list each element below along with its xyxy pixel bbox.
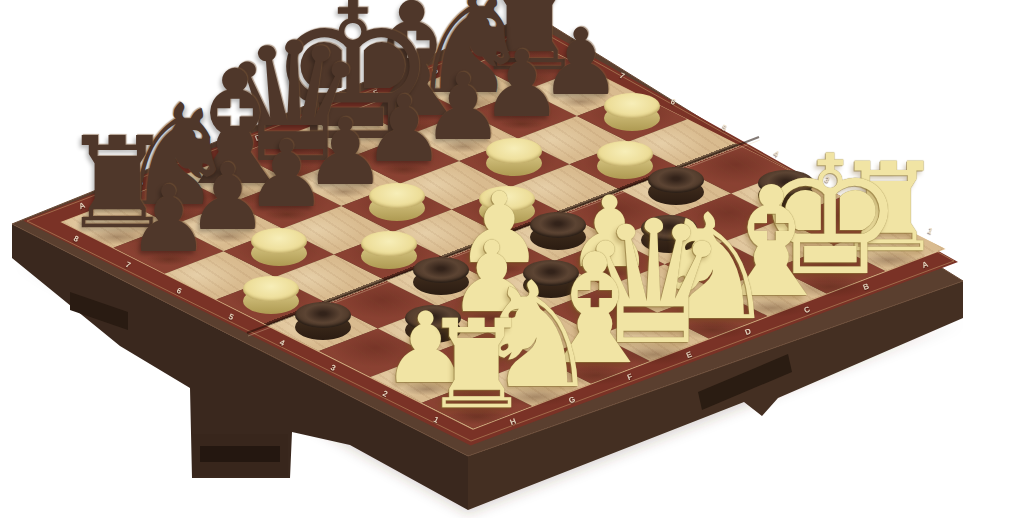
white-rook-a1[interactable]: ♜ xyxy=(422,304,531,426)
yellow-disc-a5[interactable] xyxy=(243,276,299,316)
travel-chess-set-photo: ABCDEFGHHGFEDCBA8765432187654321 ♜♞♝♛♚♝♞… xyxy=(0,0,1028,518)
yellow-disc-b6[interactable] xyxy=(251,228,307,268)
pieces-layer: ♜♞♝♛♚♝♞♜♟♟♟♟♟♟♟♟♜♞♝♛♞♝♚♜♟♟♟♟ xyxy=(0,0,1028,518)
dark-pawn-a7[interactable]: ♟ xyxy=(127,174,209,266)
yellow-disc-h6[interactable] xyxy=(604,93,660,133)
yellow-disc-d6[interactable] xyxy=(369,183,425,223)
yellow-disc-c5[interactable] xyxy=(361,231,417,271)
dark-disc-a4[interactable] xyxy=(295,302,351,342)
